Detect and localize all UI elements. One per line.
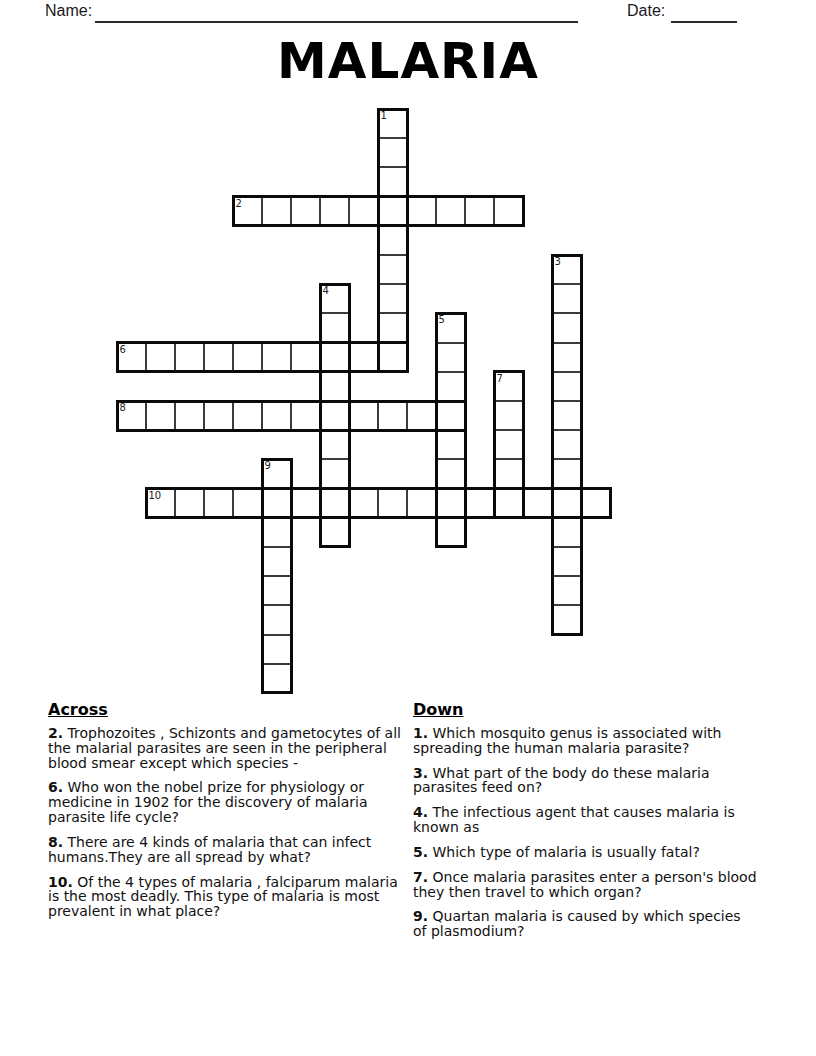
grid-cell-r1c9[interactable] (378, 138, 407, 167)
grid-cell-r5c9[interactable] (378, 255, 407, 284)
grid-cell-r3c5[interactable] (262, 197, 291, 226)
down-clue-number-1: 1. (413, 725, 428, 741)
down-clue-number-9: 9. (413, 908, 428, 924)
grid-cell-r10c4[interactable] (233, 401, 262, 430)
grid-cell-r3c7[interactable] (320, 197, 349, 226)
grid-cell-r9c11[interactable] (436, 372, 465, 401)
grid-cell-r12c15[interactable] (552, 459, 581, 488)
down-clue-text-1: Which mosquito genus is associated with … (413, 725, 721, 756)
grid-cell-r13c6[interactable] (291, 489, 320, 518)
grid-cell-r13c5[interactable] (262, 489, 291, 518)
down-clue-9: 9. Quartan malaria is caused by which sp… (413, 909, 758, 939)
grid-cell-r10c2[interactable] (175, 401, 204, 430)
grid-cell-r10c3[interactable] (204, 401, 233, 430)
grid-cell-r13c1[interactable] (146, 489, 175, 518)
grid-cell-r8c6[interactable] (291, 343, 320, 372)
across-clue-2: 2. Trophozoites , Schizonts and gametocy… (48, 726, 412, 770)
down-clue-number-7: 7. (413, 869, 428, 885)
down-clue-number-5: 5. (413, 844, 428, 860)
puzzle-title: MALARIA (0, 32, 816, 90)
down-clue-4: 4. The infectious agent that causes mala… (413, 805, 758, 835)
grid-cell-r13c11[interactable] (436, 489, 465, 518)
down-clue-number-4: 4. (413, 804, 428, 820)
grid-cell-r2c9[interactable] (378, 167, 407, 196)
grid-cell-r19c5[interactable] (262, 664, 291, 693)
grid-cell-r8c0[interactable] (117, 343, 146, 372)
down-clue-1: 1. Which mosquito genus is associated wi… (413, 726, 758, 756)
grid-cell-r15c5[interactable] (262, 547, 291, 576)
grid-cell-r10c11[interactable] (436, 401, 465, 430)
grid-cell-r8c1[interactable] (146, 343, 175, 372)
grid-cell-r14c15[interactable] (552, 518, 581, 547)
grid-cell-r14c5[interactable] (262, 518, 291, 547)
grid-cell-r11c13[interactable] (494, 430, 523, 459)
grid-cell-r8c4[interactable] (233, 343, 262, 372)
grid-cell-r10c0[interactable] (117, 401, 146, 430)
grid-cell-r10c6[interactable] (291, 401, 320, 430)
grid-cell-r9c7[interactable] (320, 372, 349, 401)
grid-cell-r13c3[interactable] (204, 489, 233, 518)
grid-cell-r17c15[interactable] (552, 605, 581, 634)
grid-cell-r10c7[interactable] (320, 401, 349, 430)
down-clue-text-5: Which type of malaria is usually fatal? (428, 844, 700, 860)
down-clue-text-7: Once malaria parasites enter a person's … (413, 869, 757, 900)
grid-cell-r11c11[interactable] (436, 430, 465, 459)
name-input-line[interactable] (95, 3, 578, 23)
grid-cell-r8c7[interactable] (320, 343, 349, 372)
grid-cell-r13c16[interactable] (581, 489, 610, 518)
down-clue-text-9: Quartan malaria is caused by which speci… (413, 908, 741, 939)
grid-cell-r6c9[interactable] (378, 284, 407, 313)
across-clue-list: 2. Trophozoites , Schizonts and gametocy… (48, 726, 412, 919)
grid-cell-r15c15[interactable] (552, 547, 581, 576)
grid-cell-r3c13[interactable] (494, 197, 523, 226)
grid-cell-r16c15[interactable] (552, 576, 581, 605)
down-clue-number-3: 3. (413, 765, 428, 781)
grid-cell-r16c5[interactable] (262, 576, 291, 605)
grid-cell-r10c5[interactable] (262, 401, 291, 430)
grid-cell-r13c13[interactable] (494, 489, 523, 518)
across-clues-section: Across 2. Trophozoites , Schizonts and g… (48, 700, 412, 929)
date-label: Date: (627, 2, 665, 20)
grid-cell-r6c15[interactable] (552, 284, 581, 313)
grid-cell-r10c9[interactable] (378, 401, 407, 430)
down-clue-text-3: What part of the body do these malaria p… (413, 765, 710, 796)
down-clue-list: 1. Which mosquito genus is associated wi… (413, 726, 758, 939)
grid-cell-r6c7[interactable] (320, 284, 349, 313)
grid-cell-r12c13[interactable] (494, 459, 523, 488)
down-heading: Down (413, 700, 758, 719)
grid-cell-r9c13[interactable] (494, 372, 523, 401)
across-clue-6: 6. Who won the nobel prize for physiolog… (48, 780, 412, 824)
grid-cell-r7c15[interactable] (552, 313, 581, 342)
name-label: Name: (45, 2, 92, 20)
grid-cell-r3c12[interactable] (465, 197, 494, 226)
grid-cell-r8c2[interactable] (175, 343, 204, 372)
grid-cell-r10c8[interactable] (349, 401, 378, 430)
down-clues-section: Down 1. Which mosquito genus is associat… (413, 700, 758, 949)
grid-cell-r10c15[interactable] (552, 401, 581, 430)
grid-cell-r17c5[interactable] (262, 605, 291, 634)
across-heading: Across (48, 700, 412, 719)
across-clue-8: 8. There are 4 kinds of malaria that can… (48, 835, 412, 865)
grid-cell-r3c10[interactable] (407, 197, 436, 226)
across-clue-number-8: 8. (48, 834, 63, 850)
grid-cell-r8c11[interactable] (436, 343, 465, 372)
across-clue-number-6: 6. (48, 779, 63, 795)
across-clue-number-2: 2. (48, 725, 63, 741)
grid-cell-r0c9[interactable] (378, 109, 407, 138)
crossword-worksheet: Name: Date: MALARIA 12345678910 Across 2… (0, 0, 816, 1056)
crossword-grid: 12345678910 (117, 109, 611, 694)
down-clue-5: 5. Which type of malaria is usually fata… (413, 845, 758, 860)
grid-cell-r13c14[interactable] (523, 489, 552, 518)
grid-cell-r3c9[interactable] (378, 197, 407, 226)
grid-cell-r4c9[interactable] (378, 226, 407, 255)
grid-cell-r7c9[interactable] (378, 313, 407, 342)
grid-cell-r13c15[interactable] (552, 489, 581, 518)
grid-cell-r3c11[interactable] (436, 197, 465, 226)
across-clue-10: 10. Of the 4 types of malaria , falcipar… (48, 875, 412, 919)
grid-cell-r12c5[interactable] (262, 459, 291, 488)
date-input-line[interactable] (671, 3, 737, 23)
grid-cell-r8c5[interactable] (262, 343, 291, 372)
grid-cell-r11c15[interactable] (552, 430, 581, 459)
grid-cell-r14c11[interactable] (436, 518, 465, 547)
grid-cell-r14c7[interactable] (320, 518, 349, 547)
grid-cell-r3c4[interactable] (233, 197, 262, 226)
grid-cell-r13c4[interactable] (233, 489, 262, 518)
across-clue-text-6: Who won the nobel prize for physiology o… (48, 779, 368, 825)
grid-cell-r10c13[interactable] (494, 401, 523, 430)
across-clue-text-10: Of the 4 types of malaria , falciparum m… (48, 874, 398, 920)
grid-cell-r13c8[interactable] (349, 489, 378, 518)
grid-cell-r13c7[interactable] (320, 489, 349, 518)
grid-cell-r18c5[interactable] (262, 635, 291, 664)
grid-cell-r10c1[interactable] (146, 401, 175, 430)
across-clue-text-8: There are 4 kinds of malaria that can in… (48, 834, 371, 865)
grid-cell-r8c3[interactable] (204, 343, 233, 372)
grid-cell-r13c2[interactable] (175, 489, 204, 518)
grid-cell-r11c7[interactable] (320, 430, 349, 459)
grid-cell-r5c15[interactable] (552, 255, 581, 284)
grid-cell-r3c8[interactable] (349, 197, 378, 226)
grid-cell-r12c7[interactable] (320, 459, 349, 488)
grid-cell-r13c12[interactable] (465, 489, 494, 518)
grid-cell-r8c15[interactable] (552, 343, 581, 372)
grid-cell-r10c10[interactable] (407, 401, 436, 430)
grid-cell-r13c9[interactable] (378, 489, 407, 518)
grid-cell-r3c6[interactable] (291, 197, 320, 226)
grid-cell-r8c8[interactable] (349, 343, 378, 372)
grid-cell-r7c11[interactable] (436, 313, 465, 342)
grid-cell-r7c7[interactable] (320, 313, 349, 342)
across-clue-number-10: 10. (48, 874, 73, 890)
down-clue-text-4: The infectious agent that causes malaria… (413, 804, 735, 835)
down-clue-7: 7. Once malaria parasites enter a person… (413, 870, 758, 900)
grid-cell-r13c10[interactable] (407, 489, 436, 518)
grid-cell-r12c11[interactable] (436, 459, 465, 488)
down-clue-3: 3. What part of the body do these malari… (413, 766, 758, 796)
grid-cell-r8c9[interactable] (378, 343, 407, 372)
grid-cell-r9c15[interactable] (552, 372, 581, 401)
across-clue-text-2: Trophozoites , Schizonts and gametocytes… (48, 725, 401, 771)
